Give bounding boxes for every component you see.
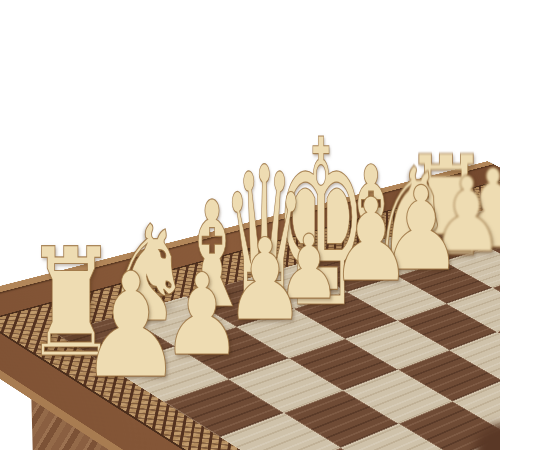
screenshot-canvas: ♜♟♞♟♝♟♚♟♛♟♝♟♞♟♜♟ xyxy=(0,0,550,450)
white-pawn-a2[interactable]: ♟ xyxy=(79,253,183,398)
pieces-layer: ♜♟♞♟♝♟♚♟♛♟♝♟♞♟♜♟ xyxy=(0,0,500,450)
product-photo: ♜♟♞♟♝♟♚♟♛♟♝♟♞♟♜♟ xyxy=(0,0,500,450)
white-pawn-e2[interactable]: ♟ xyxy=(330,183,412,298)
